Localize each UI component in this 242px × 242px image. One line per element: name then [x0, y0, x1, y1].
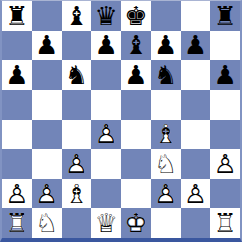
piece-black-rook-icon: ♜ [213, 3, 236, 29]
piece-white-pawn-icon: ♟♙ [94, 121, 117, 147]
piece-black-king-icon: ♚ [124, 3, 147, 29]
piece-white-knight-icon: ♞♘ [154, 151, 177, 177]
square-d5[interactable] [91, 90, 121, 120]
square-f8[interactable] [151, 1, 181, 31]
square-c6[interactable]: ♞ [62, 60, 92, 90]
square-d1[interactable]: ♛♕ [91, 208, 121, 238]
square-f7[interactable]: ♟ [151, 31, 181, 61]
piece-black-knight-icon: ♞ [154, 62, 177, 88]
square-h7[interactable] [210, 31, 240, 61]
square-g5[interactable] [181, 90, 211, 120]
square-b8[interactable] [32, 1, 62, 31]
piece-black-pawn-icon: ♟ [5, 62, 28, 88]
square-e3[interactable] [121, 149, 151, 179]
square-h2[interactable] [210, 179, 240, 209]
square-d2[interactable] [91, 179, 121, 209]
square-f1[interactable] [151, 208, 181, 238]
square-h8[interactable]: ♜ [210, 1, 240, 31]
square-a3[interactable] [2, 149, 32, 179]
square-f3[interactable]: ♞♘ [151, 149, 181, 179]
piece-black-rook-icon: ♜ [5, 3, 28, 29]
piece-black-pawn-icon: ♟ [184, 32, 207, 58]
square-c8[interactable]: ♝ [62, 1, 92, 31]
square-e7[interactable]: ♝ [121, 31, 151, 61]
piece-white-rook-icon: ♜♖ [213, 210, 236, 236]
square-c4[interactable] [62, 120, 92, 150]
square-e5[interactable] [121, 90, 151, 120]
piece-white-bishop-icon: ♝♗ [154, 121, 177, 147]
square-d3[interactable] [91, 149, 121, 179]
piece-white-king-icon: ♚♔ [124, 210, 147, 236]
piece-white-rook-icon: ♜♖ [5, 210, 28, 236]
square-b3[interactable] [32, 149, 62, 179]
square-b2[interactable]: ♟♙ [32, 179, 62, 209]
square-c7[interactable] [62, 31, 92, 61]
piece-white-pawn-icon: ♟♙ [65, 151, 88, 177]
square-a6[interactable]: ♟ [2, 60, 32, 90]
piece-white-pawn-icon: ♟♙ [5, 181, 28, 207]
square-b4[interactable] [32, 120, 62, 150]
square-d8[interactable]: ♛ [91, 1, 121, 31]
piece-white-bishop-icon: ♝♗ [65, 181, 88, 207]
square-g4[interactable] [181, 120, 211, 150]
square-f2[interactable]: ♟♙ [151, 179, 181, 209]
square-b6[interactable] [32, 60, 62, 90]
square-d4[interactable]: ♟♙ [91, 120, 121, 150]
square-b1[interactable]: ♞♘ [32, 208, 62, 238]
square-d6[interactable] [91, 60, 121, 90]
square-f5[interactable] [151, 90, 181, 120]
square-b5[interactable] [32, 90, 62, 120]
square-a1[interactable]: ♜♖ [2, 208, 32, 238]
square-g7[interactable]: ♟ [181, 31, 211, 61]
piece-white-pawn-icon: ♟♙ [213, 151, 236, 177]
square-a5[interactable] [2, 90, 32, 120]
square-g8[interactable] [181, 1, 211, 31]
square-a2[interactable]: ♟♙ [2, 179, 32, 209]
square-c2[interactable]: ♝♗ [62, 179, 92, 209]
square-e8[interactable]: ♚ [121, 1, 151, 31]
piece-white-queen-icon: ♛♕ [94, 210, 117, 236]
square-f4[interactable]: ♝♗ [151, 120, 181, 150]
piece-black-pawn-icon: ♟ [154, 32, 177, 58]
piece-white-pawn-icon: ♟♙ [154, 181, 177, 207]
piece-black-queen-icon: ♛ [94, 3, 117, 29]
square-b7[interactable]: ♟ [32, 31, 62, 61]
square-a8[interactable]: ♜ [2, 1, 32, 31]
square-g1[interactable] [181, 208, 211, 238]
square-f6[interactable]: ♞ [151, 60, 181, 90]
square-h4[interactable] [210, 120, 240, 150]
piece-black-knight-icon: ♞ [65, 62, 88, 88]
chess-board-grid: ♜♝♛♚♜♟♟♝♟♟♟♞♟♞♟♟♙♝♗♟♙♞♘♟♙♟♙♟♙♝♗♟♙♟♙♜♖♞♘♛… [2, 1, 240, 238]
square-g3[interactable] [181, 149, 211, 179]
square-h5[interactable] [210, 90, 240, 120]
square-g2[interactable]: ♟♙ [181, 179, 211, 209]
square-h6[interactable]: ♟ [210, 60, 240, 90]
piece-white-knight-icon: ♞♘ [35, 210, 58, 236]
square-e1[interactable]: ♚♔ [121, 208, 151, 238]
square-e2[interactable] [121, 179, 151, 209]
square-e6[interactable]: ♟ [121, 60, 151, 90]
piece-white-pawn-icon: ♟♙ [184, 181, 207, 207]
chess-board: ♜♝♛♚♜♟♟♝♟♟♟♞♟♞♟♟♙♝♗♟♙♞♘♟♙♟♙♟♙♝♗♟♙♟♙♜♖♞♘♛… [0, 0, 242, 242]
piece-black-bishop-icon: ♝ [124, 32, 147, 58]
square-e4[interactable] [121, 120, 151, 150]
square-a7[interactable] [2, 31, 32, 61]
piece-black-pawn-icon: ♟ [124, 62, 147, 88]
piece-black-pawn-icon: ♟ [94, 32, 117, 58]
piece-black-pawn-icon: ♟ [213, 62, 236, 88]
square-d7[interactable]: ♟ [91, 31, 121, 61]
piece-white-pawn-icon: ♟♙ [35, 181, 58, 207]
square-a4[interactable] [2, 120, 32, 150]
piece-black-bishop-icon: ♝ [65, 3, 88, 29]
square-h3[interactable]: ♟♙ [210, 149, 240, 179]
square-c1[interactable] [62, 208, 92, 238]
square-h1[interactable]: ♜♖ [210, 208, 240, 238]
square-g6[interactable] [181, 60, 211, 90]
piece-black-pawn-icon: ♟ [35, 32, 58, 58]
square-c3[interactable]: ♟♙ [62, 149, 92, 179]
square-c5[interactable] [62, 90, 92, 120]
